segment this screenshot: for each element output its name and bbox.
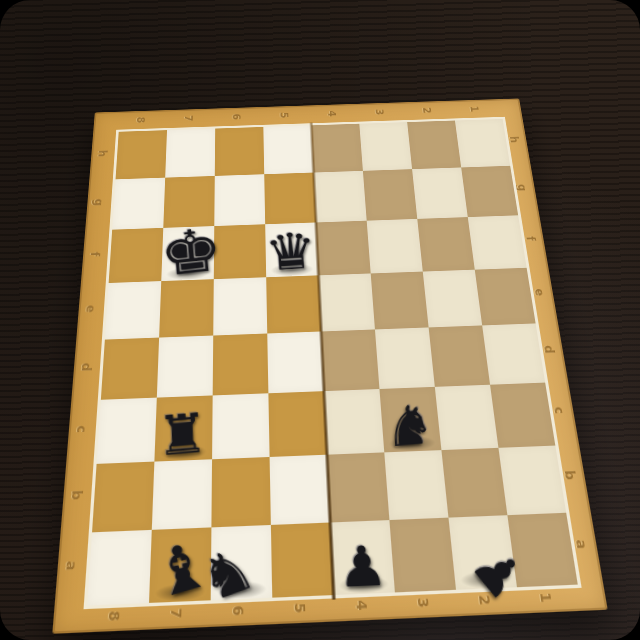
square-c5 (268, 391, 327, 457)
square-c3: ♞ (379, 387, 441, 453)
black-king: ♚ (161, 223, 214, 281)
black-queen: ♛ (265, 228, 318, 277)
square-d3 (375, 327, 435, 389)
square-a1 (507, 513, 577, 587)
square-e2 (423, 270, 482, 328)
square-h2 (407, 121, 461, 170)
square-a5 (271, 522, 334, 597)
square-f4 (316, 221, 371, 276)
black-pawn: ♟ (331, 540, 395, 595)
square-b3 (384, 450, 448, 520)
square-a2: ♟ (448, 515, 516, 590)
square-h5 (263, 125, 313, 174)
black-rook: ♜ (154, 408, 212, 462)
square-d6 (213, 333, 269, 395)
chess-board: 87654321 87654321 hgfedcba hgfedcba ♚♛♜♞… (52, 98, 607, 633)
square-c4 (324, 389, 384, 455)
square-f5: ♛ (265, 222, 318, 277)
square-d7 (157, 336, 213, 398)
photo-stage: 87654321 87654321 hgfedcba hgfedcba ♚♛♜♞… (0, 0, 640, 640)
square-e7 (159, 279, 214, 337)
square-d1 (482, 323, 545, 384)
square-b4 (327, 452, 389, 522)
queen-glyph: ♛ (264, 227, 320, 278)
rook-glyph: ♜ (156, 407, 210, 463)
pawn-glyph: ♟ (337, 540, 390, 595)
square-b8 (92, 462, 154, 533)
square-f6 (214, 224, 266, 279)
square-f8 (109, 228, 164, 283)
square-h4 (311, 124, 363, 173)
square-g1 (461, 166, 518, 217)
square-e6 (213, 277, 267, 335)
square-g2 (412, 167, 468, 218)
square-c7: ♜ (154, 395, 212, 461)
square-b6 (211, 457, 270, 527)
square-g3 (363, 169, 417, 221)
square-d8 (101, 338, 159, 400)
black-bishop: ♝ (149, 539, 211, 603)
square-e3 (371, 272, 429, 330)
square-g4 (314, 171, 367, 223)
square-e4 (318, 273, 374, 331)
square-a8 (87, 530, 152, 606)
square-d5 (267, 331, 324, 393)
square-a7: ♝ (149, 527, 211, 603)
square-h8 (116, 130, 167, 179)
square-f3 (367, 219, 423, 274)
square-e1 (475, 268, 536, 326)
square-b7 (152, 459, 212, 530)
square-c8 (97, 398, 157, 464)
square-g7 (163, 176, 214, 228)
square-c6 (212, 393, 270, 459)
square-d2 (429, 325, 490, 386)
square-g6 (214, 174, 265, 226)
bishop-glyph: ♝ (147, 533, 216, 608)
square-e8 (105, 281, 161, 340)
square-d4 (321, 329, 379, 391)
square-a4: ♟ (330, 520, 395, 595)
square-c2 (435, 385, 499, 450)
knight-glyph: ♞ (380, 398, 439, 454)
square-a3 (389, 518, 456, 593)
square-h7 (165, 129, 215, 178)
square-f1 (468, 215, 527, 269)
black-knight: ♞ (380, 399, 441, 453)
black-pawn: ♟ (451, 537, 517, 590)
square-h1 (455, 119, 510, 168)
square-f2 (417, 217, 474, 271)
board-grid: ♚♛♜♞♝♞♟♟ (84, 117, 582, 609)
square-b1 (498, 446, 566, 516)
square-h6 (215, 127, 264, 176)
square-g8 (112, 178, 165, 230)
square-g5 (264, 173, 316, 225)
square-a6: ♞ (211, 525, 273, 600)
black-knight: ♞ (211, 541, 273, 601)
square-e5 (266, 275, 321, 333)
square-b2 (441, 448, 507, 518)
square-c1 (490, 383, 555, 448)
square-f7: ♚ (161, 226, 214, 281)
square-h3 (359, 122, 412, 171)
square-b5 (270, 455, 331, 525)
